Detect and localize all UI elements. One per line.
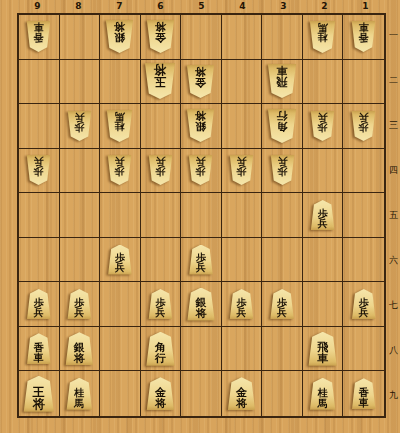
square-1g[interactable]: 歩兵 bbox=[343, 282, 384, 327]
piece-gote-lance-1a[interactable]: 香車 bbox=[351, 21, 376, 52]
square-1e[interactable] bbox=[343, 193, 384, 238]
square-6e[interactable] bbox=[141, 193, 182, 238]
square-4h[interactable] bbox=[222, 327, 263, 372]
piece-kanji: 兵 bbox=[237, 308, 247, 318]
square-3h[interactable] bbox=[262, 327, 303, 372]
piece-kanji: 馬 bbox=[74, 399, 84, 409]
piece-gote-pawn-5d[interactable]: 歩兵 bbox=[188, 155, 213, 185]
square-3b[interactable]: 飛車 bbox=[262, 60, 303, 105]
piece-sente-gold-4i[interactable]: 金将 bbox=[227, 377, 256, 410]
square-1f[interactable] bbox=[343, 238, 384, 283]
piece-kanji: 兵 bbox=[237, 156, 247, 166]
piece-kanji: 将 bbox=[195, 308, 206, 319]
square-7g[interactable] bbox=[100, 282, 141, 327]
square-5b[interactable]: 金将 bbox=[181, 60, 222, 105]
piece-gote-bishop-3c[interactable]: 角行 bbox=[267, 109, 297, 143]
piece-sente-bishop-6h[interactable]: 角行 bbox=[145, 332, 175, 366]
piece-kanji: 香 bbox=[359, 32, 369, 42]
square-9i[interactable]: 王将 bbox=[19, 371, 60, 416]
square-8c[interactable]: 歩兵 bbox=[60, 104, 101, 149]
piece-kanji: 兵 bbox=[115, 263, 125, 273]
square-7b[interactable] bbox=[100, 60, 141, 105]
file-label-5: 5 bbox=[181, 0, 222, 13]
piece-sente-pawn-4g[interactable]: 歩兵 bbox=[229, 289, 254, 319]
piece-kanji: 歩 bbox=[237, 167, 247, 177]
piece-sente-pawn-7f[interactable]: 歩兵 bbox=[107, 245, 132, 275]
piece-kanji: 兵 bbox=[318, 219, 328, 229]
piece-kanji: 銀 bbox=[114, 32, 125, 43]
piece-sente-pawn-1g[interactable]: 歩兵 bbox=[351, 289, 376, 319]
square-6h[interactable]: 角行 bbox=[141, 327, 182, 372]
square-6d[interactable]: 歩兵 bbox=[141, 149, 182, 194]
square-1h[interactable] bbox=[343, 327, 384, 372]
piece-kanji: 車 bbox=[359, 22, 369, 32]
file-labels: 987654321 bbox=[17, 0, 386, 13]
rank-label-5: 五 bbox=[387, 193, 400, 238]
square-3c[interactable]: 角行 bbox=[262, 104, 303, 149]
square-7i[interactable] bbox=[100, 371, 141, 416]
piece-sente-lance-1i[interactable]: 香車 bbox=[351, 378, 376, 409]
piece-kanji: 将 bbox=[74, 353, 85, 364]
piece-kanji: 将 bbox=[33, 398, 45, 410]
square-3d[interactable]: 歩兵 bbox=[262, 149, 303, 194]
square-8d[interactable] bbox=[60, 149, 101, 194]
piece-kanji: 車 bbox=[34, 353, 44, 363]
piece-kanji: 将 bbox=[155, 21, 166, 32]
square-6f[interactable] bbox=[141, 238, 182, 283]
piece-gote-silver-7a[interactable]: 銀将 bbox=[105, 20, 134, 53]
square-4d[interactable]: 歩兵 bbox=[222, 149, 263, 194]
square-8e[interactable] bbox=[60, 193, 101, 238]
piece-kanji: 車 bbox=[359, 398, 369, 408]
piece-gote-knight-2a[interactable]: 桂馬 bbox=[309, 21, 336, 53]
file-label-1: 1 bbox=[345, 0, 386, 13]
square-8b[interactable] bbox=[60, 60, 101, 105]
piece-kanji: 歩 bbox=[74, 122, 84, 132]
square-8f[interactable] bbox=[60, 238, 101, 283]
piece-gote-rook-3b[interactable]: 飛車 bbox=[267, 64, 297, 98]
piece-kanji: 桂 bbox=[74, 388, 84, 398]
piece-gote-silver-5c[interactable]: 銀将 bbox=[186, 109, 215, 142]
shogi-board: 香車銀将金将桂馬香車玉将金将飛車歩兵桂馬銀将角行歩兵歩兵歩兵歩兵歩兵歩兵歩兵歩兵… bbox=[17, 13, 386, 418]
square-6b[interactable]: 玉将 bbox=[141, 60, 182, 105]
piece-gote-pawn-8c[interactable]: 歩兵 bbox=[67, 111, 92, 141]
piece-kanji: 歩 bbox=[34, 167, 44, 177]
square-3a[interactable] bbox=[262, 15, 303, 60]
piece-gote-pawn-6d[interactable]: 歩兵 bbox=[148, 155, 173, 185]
square-5c[interactable]: 銀将 bbox=[181, 104, 222, 149]
piece-kanji: 桂 bbox=[318, 388, 328, 398]
piece-kanji: 飛 bbox=[277, 77, 288, 88]
piece-kanji: 馬 bbox=[318, 22, 328, 32]
piece-sente-pawn-6g[interactable]: 歩兵 bbox=[148, 289, 173, 319]
piece-kanji: 車 bbox=[317, 353, 328, 364]
piece-kanji: 将 bbox=[154, 64, 166, 76]
square-2f[interactable] bbox=[303, 238, 344, 283]
square-2i[interactable]: 桂馬 bbox=[303, 371, 344, 416]
square-6c[interactable] bbox=[141, 104, 182, 149]
piece-kanji: 兵 bbox=[359, 308, 369, 318]
piece-sente-pawn-9g[interactable]: 歩兵 bbox=[26, 289, 51, 319]
square-8h[interactable]: 銀将 bbox=[60, 327, 101, 372]
square-1a[interactable]: 香車 bbox=[343, 15, 384, 60]
piece-kanji: 桂 bbox=[115, 121, 125, 131]
file-label-9: 9 bbox=[17, 0, 58, 13]
square-5e[interactable] bbox=[181, 193, 222, 238]
square-3g[interactable]: 歩兵 bbox=[262, 282, 303, 327]
square-2d[interactable] bbox=[303, 149, 344, 194]
piece-kanji: 兵 bbox=[318, 112, 328, 122]
square-9e[interactable] bbox=[19, 193, 60, 238]
piece-kanji: 兵 bbox=[277, 156, 287, 166]
piece-gote-pawn-2c[interactable]: 歩兵 bbox=[310, 111, 335, 141]
piece-kanji: 兵 bbox=[74, 112, 84, 122]
square-4e[interactable] bbox=[222, 193, 263, 238]
piece-kanji: 将 bbox=[195, 66, 206, 77]
piece-gote-lance-9a[interactable]: 香車 bbox=[26, 21, 51, 52]
piece-sente-lance-9h[interactable]: 香車 bbox=[26, 333, 51, 364]
square-2a[interactable]: 桂馬 bbox=[303, 15, 344, 60]
file-label-4: 4 bbox=[222, 0, 263, 13]
piece-kanji: 馬 bbox=[115, 111, 125, 121]
piece-kanji: 将 bbox=[195, 110, 206, 121]
piece-kanji: 行 bbox=[155, 353, 166, 364]
square-8g[interactable]: 歩兵 bbox=[60, 282, 101, 327]
rank-label-7: 七 bbox=[387, 283, 400, 328]
piece-gote-knight-7c[interactable]: 桂馬 bbox=[106, 110, 133, 142]
piece-kanji: 金 bbox=[195, 77, 206, 88]
square-9f[interactable] bbox=[19, 238, 60, 283]
square-3e[interactable] bbox=[262, 193, 303, 238]
piece-kanji: 銀 bbox=[195, 122, 206, 133]
square-7h[interactable] bbox=[100, 327, 141, 372]
square-5g[interactable]: 銀将 bbox=[181, 282, 222, 327]
piece-kanji: 兵 bbox=[196, 263, 206, 273]
piece-kanji: 兵 bbox=[34, 156, 44, 166]
piece-kanji: 馬 bbox=[318, 399, 328, 409]
piece-kanji: 兵 bbox=[155, 156, 165, 166]
piece-sente-silver-8h[interactable]: 銀将 bbox=[65, 332, 94, 365]
piece-kanji: 兵 bbox=[74, 308, 84, 318]
file-label-7: 7 bbox=[99, 0, 140, 13]
piece-kanji: 兵 bbox=[196, 156, 206, 166]
piece-sente-silver-5g[interactable]: 銀将 bbox=[186, 288, 215, 321]
square-6i[interactable]: 金将 bbox=[141, 371, 182, 416]
square-7e[interactable] bbox=[100, 193, 141, 238]
piece-gote-gold-6a[interactable]: 金将 bbox=[146, 20, 175, 53]
rank-label-8: 八 bbox=[387, 328, 400, 373]
piece-kanji: 兵 bbox=[34, 308, 44, 318]
square-7f[interactable]: 歩兵 bbox=[100, 238, 141, 283]
square-5a[interactable] bbox=[181, 15, 222, 60]
square-2h[interactable]: 飛車 bbox=[303, 327, 344, 372]
square-4a[interactable] bbox=[222, 15, 263, 60]
file-label-2: 2 bbox=[304, 0, 345, 13]
file-label-8: 8 bbox=[58, 0, 99, 13]
piece-gote-pawn-9d[interactable]: 歩兵 bbox=[26, 155, 51, 185]
piece-sente-pawn-5f[interactable]: 歩兵 bbox=[188, 245, 213, 275]
square-5f[interactable]: 歩兵 bbox=[181, 238, 222, 283]
square-4b[interactable] bbox=[222, 60, 263, 105]
piece-gote-pawn-3d[interactable]: 歩兵 bbox=[270, 155, 295, 185]
rank-label-3: 三 bbox=[387, 103, 400, 148]
square-1b[interactable] bbox=[343, 60, 384, 105]
piece-kanji: 歩 bbox=[115, 167, 125, 177]
square-9b[interactable] bbox=[19, 60, 60, 105]
square-2c[interactable]: 歩兵 bbox=[303, 104, 344, 149]
square-5i[interactable] bbox=[181, 371, 222, 416]
file-label-3: 3 bbox=[263, 0, 304, 13]
square-7d[interactable]: 歩兵 bbox=[100, 149, 141, 194]
square-2b[interactable] bbox=[303, 60, 344, 105]
piece-gote-pawn-4d[interactable]: 歩兵 bbox=[229, 155, 254, 185]
piece-kanji: 将 bbox=[155, 398, 166, 409]
rank-label-2: 二 bbox=[387, 58, 400, 103]
square-1c[interactable]: 歩兵 bbox=[343, 104, 384, 149]
piece-kanji: 歩 bbox=[359, 122, 369, 132]
piece-kanji: 歩 bbox=[318, 122, 328, 132]
square-5h[interactable] bbox=[181, 327, 222, 372]
square-6g[interactable]: 歩兵 bbox=[141, 282, 182, 327]
piece-gote-pawn-7d[interactable]: 歩兵 bbox=[107, 155, 132, 185]
piece-kanji: 車 bbox=[34, 22, 44, 32]
square-9a[interactable]: 香車 bbox=[19, 15, 60, 60]
piece-gote-gold-5b[interactable]: 金将 bbox=[186, 65, 215, 98]
square-9c[interactable] bbox=[19, 104, 60, 149]
square-2g[interactable] bbox=[303, 282, 344, 327]
piece-kanji: 歩 bbox=[155, 167, 165, 177]
square-4i[interactable]: 金将 bbox=[222, 371, 263, 416]
piece-kanji: 香 bbox=[34, 32, 44, 42]
square-4g[interactable]: 歩兵 bbox=[222, 282, 263, 327]
piece-gote-king-6b[interactable]: 玉将 bbox=[144, 63, 176, 99]
piece-kanji: 行 bbox=[277, 110, 288, 121]
piece-sente-knight-8i[interactable]: 桂馬 bbox=[66, 378, 93, 410]
piece-gote-pawn-1c[interactable]: 歩兵 bbox=[351, 111, 376, 141]
piece-sente-pawn-3g[interactable]: 歩兵 bbox=[270, 289, 295, 319]
piece-kanji: 将 bbox=[236, 398, 247, 409]
piece-sente-rook-2h[interactable]: 飛車 bbox=[308, 332, 338, 366]
square-8a[interactable] bbox=[60, 15, 101, 60]
piece-kanji: 兵 bbox=[359, 112, 369, 122]
piece-kanji: 車 bbox=[277, 65, 288, 76]
square-9g[interactable]: 歩兵 bbox=[19, 282, 60, 327]
square-5d[interactable]: 歩兵 bbox=[181, 149, 222, 194]
piece-kanji: 歩 bbox=[277, 167, 287, 177]
square-9d[interactable]: 歩兵 bbox=[19, 149, 60, 194]
square-4c[interactable] bbox=[222, 104, 263, 149]
rank-label-1: 一 bbox=[387, 13, 400, 58]
rank-labels: 一二三四五六七八九 bbox=[387, 13, 400, 418]
square-3f[interactable] bbox=[262, 238, 303, 283]
piece-kanji: 金 bbox=[155, 32, 166, 43]
square-1d[interactable] bbox=[343, 149, 384, 194]
piece-kanji: 角 bbox=[277, 121, 288, 132]
square-7c[interactable]: 桂馬 bbox=[100, 104, 141, 149]
piece-kanji: 兵 bbox=[277, 308, 287, 318]
piece-kanji: 桂 bbox=[318, 32, 328, 42]
rank-label-6: 六 bbox=[387, 238, 400, 283]
piece-kanji: 将 bbox=[114, 21, 125, 32]
piece-sente-pawn-8g[interactable]: 歩兵 bbox=[67, 289, 92, 319]
piece-sente-knight-2i[interactable]: 桂馬 bbox=[309, 378, 336, 410]
rank-label-9: 九 bbox=[387, 373, 400, 418]
square-2e[interactable]: 歩兵 bbox=[303, 193, 344, 238]
square-9h[interactable]: 香車 bbox=[19, 327, 60, 372]
file-label-6: 6 bbox=[140, 0, 181, 13]
piece-kanji: 兵 bbox=[115, 156, 125, 166]
piece-kanji: 歩 bbox=[196, 167, 206, 177]
piece-sente-king-9i[interactable]: 王将 bbox=[23, 376, 55, 412]
square-6a[interactable]: 金将 bbox=[141, 15, 182, 60]
square-1i[interactable]: 香車 bbox=[343, 371, 384, 416]
piece-sente-gold-6i[interactable]: 金将 bbox=[146, 377, 175, 410]
piece-sente-pawn-2e[interactable]: 歩兵 bbox=[310, 200, 335, 230]
rank-label-4: 四 bbox=[387, 148, 400, 193]
square-7a[interactable]: 銀将 bbox=[100, 15, 141, 60]
square-8i[interactable]: 桂馬 bbox=[60, 371, 101, 416]
piece-kanji: 玉 bbox=[154, 77, 166, 89]
piece-kanji: 兵 bbox=[155, 308, 165, 318]
square-3i[interactable] bbox=[262, 371, 303, 416]
square-4f[interactable] bbox=[222, 238, 263, 283]
